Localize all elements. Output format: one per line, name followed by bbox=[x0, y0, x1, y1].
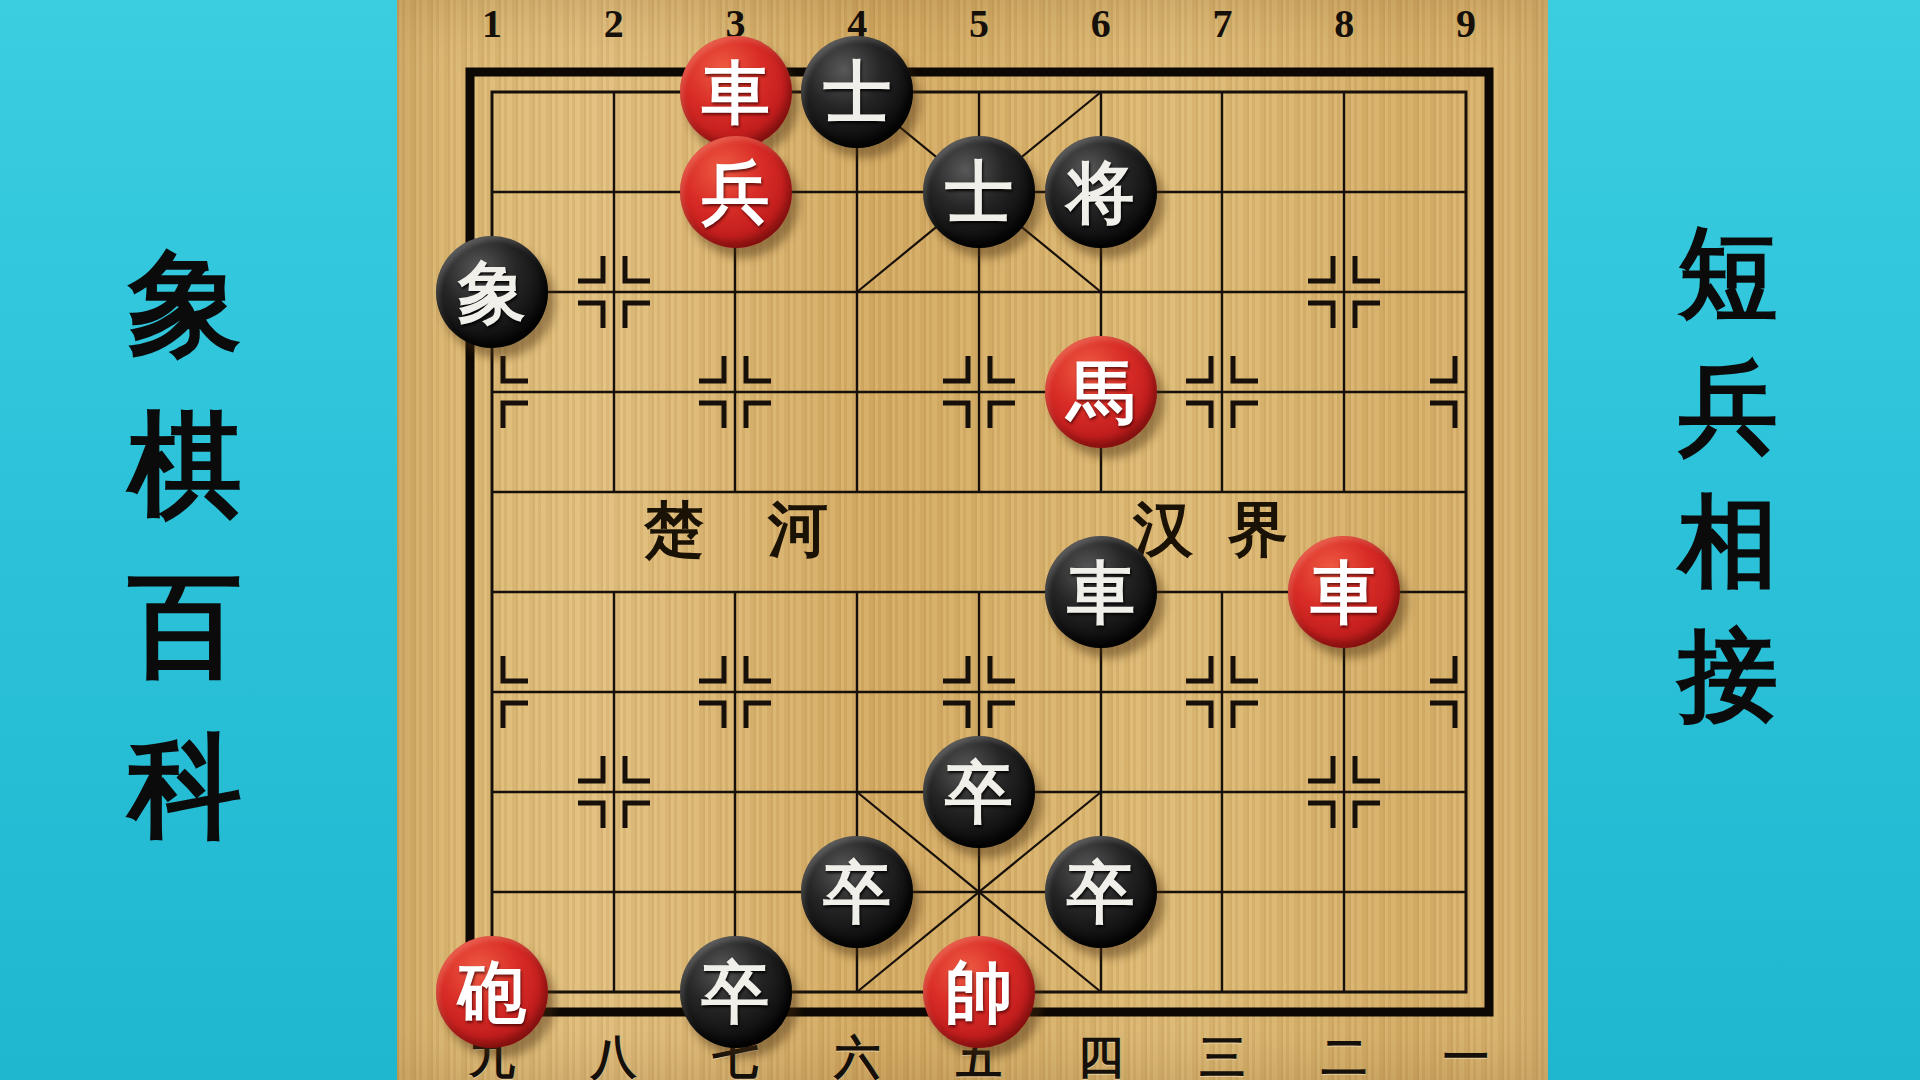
black-general[interactable]: 将 bbox=[1045, 136, 1157, 248]
left-caption-char: 科 bbox=[128, 730, 242, 844]
file-label-bottom: 四 bbox=[1078, 1035, 1124, 1080]
black-soldier[interactable]: 卒 bbox=[801, 836, 913, 948]
piece-glyph: 車 bbox=[702, 58, 770, 126]
piece-glyph: 車 bbox=[1067, 558, 1135, 626]
red-general[interactable]: 帥 bbox=[923, 936, 1035, 1048]
file-label-bottom: 三 bbox=[1200, 1035, 1246, 1080]
piece-glyph: 象 bbox=[458, 258, 526, 326]
black-advisor[interactable]: 士 bbox=[923, 136, 1035, 248]
red-cannon[interactable]: 砲 bbox=[436, 936, 548, 1048]
piece-glyph: 砲 bbox=[458, 958, 526, 1026]
river-char-he: 河 bbox=[768, 499, 828, 559]
black-soldier[interactable]: 卒 bbox=[923, 736, 1035, 848]
piece-glyph: 士 bbox=[945, 158, 1013, 226]
black-soldier[interactable]: 卒 bbox=[1045, 836, 1157, 948]
right-caption-char: 接 bbox=[1678, 626, 1778, 726]
piece-glyph: 帥 bbox=[945, 958, 1013, 1026]
piece-glyph: 卒 bbox=[945, 758, 1013, 826]
red-chariot[interactable]: 車 bbox=[680, 36, 792, 148]
right-caption-char: 兵 bbox=[1678, 358, 1778, 458]
stage: 象棋百科 bbox=[0, 0, 1920, 1080]
left-caption-char: 棋 bbox=[128, 408, 242, 522]
file-label-top: 7 bbox=[1213, 4, 1233, 44]
file-label-bottom: 一 bbox=[1443, 1035, 1489, 1080]
piece-glyph: 車 bbox=[1310, 558, 1378, 626]
file-label-bottom: 八 bbox=[591, 1035, 637, 1080]
piece-glyph: 卒 bbox=[702, 958, 770, 1026]
black-chariot[interactable]: 車 bbox=[1045, 536, 1157, 648]
river-char-jie: 界 bbox=[1228, 499, 1288, 559]
river-char-han: 汉 bbox=[1133, 499, 1193, 559]
piece-glyph: 馬 bbox=[1067, 358, 1135, 426]
left-caption-char: 百 bbox=[128, 569, 242, 683]
file-label-top: 9 bbox=[1456, 4, 1476, 44]
red-chariot[interactable]: 車 bbox=[1288, 536, 1400, 648]
piece-glyph: 兵 bbox=[702, 158, 770, 226]
right-caption-char: 相 bbox=[1678, 492, 1778, 592]
file-label-top: 8 bbox=[1334, 4, 1354, 44]
piece-glyph: 卒 bbox=[823, 858, 891, 926]
file-label-top: 1 bbox=[482, 4, 502, 44]
xiangqi-board-panel: 123456789九八七六五四三二一 楚河汉界 車士兵士将象馬車車卒卒卒砲卒帥 bbox=[397, 0, 1548, 1080]
file-label-bottom: 二 bbox=[1321, 1035, 1367, 1080]
black-advisor[interactable]: 士 bbox=[801, 36, 913, 148]
left-caption: 象棋百科 bbox=[128, 247, 242, 891]
file-label-top: 6 bbox=[1091, 4, 1111, 44]
black-elephant[interactable]: 象 bbox=[436, 236, 548, 348]
file-label-bottom: 六 bbox=[834, 1035, 880, 1080]
right-caption: 短兵相接 bbox=[1678, 224, 1778, 760]
piece-glyph: 卒 bbox=[1067, 858, 1135, 926]
red-soldier[interactable]: 兵 bbox=[680, 136, 792, 248]
left-caption-char: 象 bbox=[128, 247, 242, 361]
river-char-chu: 楚 bbox=[644, 499, 704, 559]
piece-glyph: 将 bbox=[1067, 158, 1135, 226]
red-horse[interactable]: 馬 bbox=[1045, 336, 1157, 448]
black-soldier[interactable]: 卒 bbox=[680, 936, 792, 1048]
file-label-top: 5 bbox=[969, 4, 989, 44]
right-caption-char: 短 bbox=[1678, 224, 1778, 324]
piece-glyph: 士 bbox=[823, 58, 891, 126]
file-label-top: 2 bbox=[604, 4, 624, 44]
